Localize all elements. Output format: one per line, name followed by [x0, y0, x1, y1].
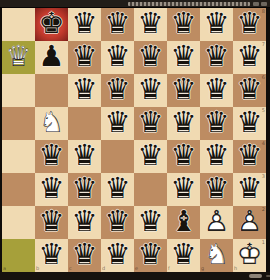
- square-b1[interactable]: ♛b: [35, 239, 68, 272]
- square-f5[interactable]: ♛: [167, 107, 200, 140]
- square-c3[interactable]: ♛: [68, 173, 101, 206]
- piece-black-queen[interactable]: ♛: [35, 140, 68, 173]
- piece-black-queen[interactable]: ♛: [167, 8, 200, 41]
- square-e4[interactable]: ♛: [134, 140, 167, 173]
- piece-black-queen[interactable]: ♛: [68, 206, 101, 239]
- piece-black-queen[interactable]: ♛: [233, 107, 266, 140]
- square-e7[interactable]: ♛: [134, 41, 167, 74]
- square-h2[interactable]: ♟♙2: [233, 206, 266, 239]
- piece-white-knight[interactable]: ♞♘: [35, 107, 68, 140]
- square-g7[interactable]: ♛: [200, 41, 233, 74]
- square-b5[interactable]: ♞♘: [35, 107, 68, 140]
- square-f1[interactable]: ♛f: [167, 239, 200, 272]
- square-f2[interactable]: ♝: [167, 206, 200, 239]
- square-g3[interactable]: ♛: [200, 173, 233, 206]
- piece-black-queen[interactable]: ♛: [134, 206, 167, 239]
- square-g5[interactable]: ♛: [200, 107, 233, 140]
- piece-black-queen[interactable]: ♛: [167, 74, 200, 107]
- piece-black-queen[interactable]: ♛: [200, 74, 233, 107]
- square-a4[interactable]: [2, 140, 35, 173]
- piece-black-queen[interactable]: ♛: [68, 74, 101, 107]
- piece-black-queen[interactable]: ♛: [134, 140, 167, 173]
- square-c8[interactable]: ♛: [68, 8, 101, 41]
- square-g6[interactable]: ♛: [200, 74, 233, 107]
- piece-black-queen[interactable]: ♛: [68, 41, 101, 74]
- piece-white-queen[interactable]: ♛♕: [2, 41, 35, 74]
- piece-black-queen[interactable]: ♛: [233, 173, 266, 206]
- piece-black-queen[interactable]: ♛: [134, 239, 167, 272]
- piece-black-queen[interactable]: ♛: [233, 41, 266, 74]
- square-c1[interactable]: ♛c: [68, 239, 101, 272]
- piece-black-queen[interactable]: ♛: [200, 107, 233, 140]
- square-h5[interactable]: ♛5: [233, 107, 266, 140]
- square-d2[interactable]: ♛: [101, 206, 134, 239]
- square-a8[interactable]: [2, 8, 35, 41]
- square-b6[interactable]: [35, 74, 68, 107]
- piece-black-queen[interactable]: ♛: [167, 173, 200, 206]
- square-g4[interactable]: ♛: [200, 140, 233, 173]
- square-c6[interactable]: ♛: [68, 74, 101, 107]
- piece-black-queen[interactable]: ♛: [68, 140, 101, 173]
- piece-black-queen[interactable]: ♛: [200, 173, 233, 206]
- piece-black-queen[interactable]: ♛: [101, 239, 134, 272]
- square-f7[interactable]: ♛: [167, 41, 200, 74]
- square-e6[interactable]: ♛: [134, 74, 167, 107]
- piece-black-queen[interactable]: ♛: [134, 107, 167, 140]
- piece-black-queen[interactable]: ♛: [200, 8, 233, 41]
- piece-black-queen[interactable]: ♛: [35, 173, 68, 206]
- piece-black-bishop[interactable]: ♝: [167, 206, 200, 239]
- square-a6[interactable]: [2, 74, 35, 107]
- piece-black-queen[interactable]: ♛: [101, 107, 134, 140]
- square-d3[interactable]: ♛: [101, 173, 134, 206]
- piece-black-queen[interactable]: ♛: [167, 107, 200, 140]
- square-g1[interactable]: ♞♘g: [200, 239, 233, 272]
- square-c2[interactable]: ♛: [68, 206, 101, 239]
- piece-black-king[interactable]: ♚: [35, 8, 68, 41]
- square-b8[interactable]: ♚: [35, 8, 68, 41]
- resize-grip-icon[interactable]: [249, 274, 262, 278]
- piece-black-queen[interactable]: ♛: [68, 173, 101, 206]
- square-a5[interactable]: [2, 107, 35, 140]
- square-h6[interactable]: ♛6: [233, 74, 266, 107]
- piece-black-queen[interactable]: ♛: [167, 140, 200, 173]
- square-h3[interactable]: ♛3: [233, 173, 266, 206]
- square-b3[interactable]: ♛: [35, 173, 68, 206]
- square-g2[interactable]: ♟♙: [200, 206, 233, 239]
- piece-black-queen[interactable]: ♛: [233, 140, 266, 173]
- square-a2[interactable]: [2, 206, 35, 239]
- square-d4[interactable]: [101, 140, 134, 173]
- piece-black-queen[interactable]: ♛: [134, 41, 167, 74]
- square-e5[interactable]: ♛: [134, 107, 167, 140]
- square-h7[interactable]: ♛7: [233, 41, 266, 74]
- piece-white-king[interactable]: ♚♔: [233, 239, 266, 272]
- square-d8[interactable]: ♛: [101, 8, 134, 41]
- square-a7[interactable]: ♛♕: [2, 41, 35, 74]
- square-e2[interactable]: ♛: [134, 206, 167, 239]
- piece-black-queen[interactable]: ♛: [101, 173, 134, 206]
- square-f4[interactable]: ♛: [167, 140, 200, 173]
- square-g8[interactable]: ♛: [200, 8, 233, 41]
- square-h8[interactable]: ♛8: [233, 8, 266, 41]
- piece-black-pawn[interactable]: ♟: [35, 41, 68, 74]
- piece-black-queen[interactable]: ♛: [167, 41, 200, 74]
- piece-black-queen[interactable]: ♛: [101, 206, 134, 239]
- piece-black-queen[interactable]: ♛: [101, 41, 134, 74]
- chess-board: ♚♛♛♛♛♛♛8♛♕♟♛♛♛♛♛♛7♛♛♛♛♛♛6♞♘♛♛♛♛♛5♛♛♛♛♛♛4…: [2, 8, 266, 272]
- piece-white-knight[interactable]: ♞♘: [200, 239, 233, 272]
- piece-black-queen[interactable]: ♛: [68, 8, 101, 41]
- piece-black-queen[interactable]: ♛: [35, 206, 68, 239]
- square-f8[interactable]: ♛: [167, 8, 200, 41]
- piece-white-pawn[interactable]: ♟♙: [233, 206, 266, 239]
- coord-file-a: a: [3, 266, 6, 271]
- piece-black-queen[interactable]: ♛: [68, 239, 101, 272]
- piece-white-pawn[interactable]: ♟♙: [200, 206, 233, 239]
- piece-black-queen[interactable]: ♛: [200, 41, 233, 74]
- square-a3[interactable]: [2, 173, 35, 206]
- square-e1[interactable]: ♛e: [134, 239, 167, 272]
- square-f3[interactable]: ♛: [167, 173, 200, 206]
- piece-black-queen[interactable]: ♛: [233, 74, 266, 107]
- piece-black-queen[interactable]: ♛: [167, 239, 200, 272]
- square-b2[interactable]: ♛: [35, 206, 68, 239]
- piece-black-queen[interactable]: ♛: [200, 140, 233, 173]
- square-d1[interactable]: ♛d: [101, 239, 134, 272]
- piece-black-queen[interactable]: ♛: [35, 239, 68, 272]
- square-h1[interactable]: ♚♔h1: [233, 239, 266, 272]
- square-d5[interactable]: ♛: [101, 107, 134, 140]
- square-b7[interactable]: ♟: [35, 41, 68, 74]
- window-statusbar: [0, 272, 270, 280]
- piece-black-queen[interactable]: ♛: [101, 8, 134, 41]
- square-f6[interactable]: ♛: [167, 74, 200, 107]
- square-b4[interactable]: ♛: [35, 140, 68, 173]
- square-h4[interactable]: ♛4: [233, 140, 266, 173]
- square-c7[interactable]: ♛: [68, 41, 101, 74]
- square-c4[interactable]: ♛: [68, 140, 101, 173]
- square-d7[interactable]: ♛: [101, 41, 134, 74]
- square-d6[interactable]: ♛: [101, 74, 134, 107]
- square-e3[interactable]: [134, 173, 167, 206]
- square-e8[interactable]: ♛: [134, 8, 167, 41]
- square-a1[interactable]: a: [2, 239, 35, 272]
- piece-black-queen[interactable]: ♛: [134, 74, 167, 107]
- square-c5[interactable]: [68, 107, 101, 140]
- piece-black-queen[interactable]: ♛: [233, 8, 266, 41]
- piece-black-queen[interactable]: ♛: [101, 74, 134, 107]
- piece-black-queen[interactable]: ♛: [134, 8, 167, 41]
